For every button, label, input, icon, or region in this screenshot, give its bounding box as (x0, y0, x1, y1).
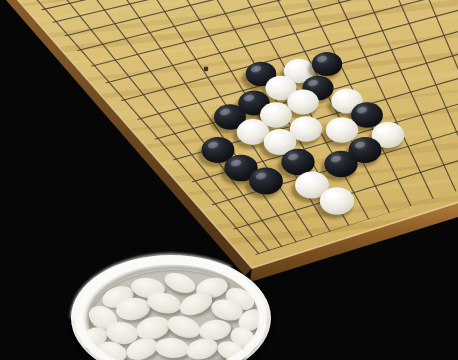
black-stone (281, 149, 314, 175)
black-stone (324, 151, 357, 178)
black-stone (312, 52, 342, 76)
photo-frame (0, 0, 458, 360)
white-stone (287, 89, 318, 114)
white-stone (326, 117, 358, 143)
black-stone (249, 168, 283, 195)
go-scene (0, 0, 458, 360)
star-point (204, 67, 209, 72)
white-stone (320, 187, 354, 214)
